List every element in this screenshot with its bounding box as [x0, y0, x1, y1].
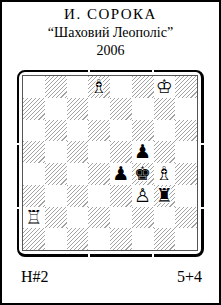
square-h5 [175, 141, 197, 163]
square-h2 [175, 207, 197, 229]
board-section: ♗♔♟♟♚♗♙♜♖ [2, 70, 219, 257]
square-c5 [67, 141, 89, 163]
square-f4: ♚ [132, 163, 154, 185]
square-e5 [110, 141, 132, 163]
square-h6 [175, 120, 197, 142]
square-d3 [88, 185, 110, 207]
square-d5 [88, 141, 110, 163]
stipulation-label: H#2 [21, 268, 49, 286]
piece-wB-g4: ♗ [156, 163, 173, 185]
square-h3 [175, 185, 197, 207]
author-name: И. СОРОКА [2, 5, 219, 24]
square-d6 [88, 120, 110, 142]
piece-wR-a2: ♖ [25, 207, 42, 229]
square-g4: ♗ [154, 163, 176, 185]
problem-header: И. СОРОКА “Шаховий Леополіс” 2006 [2, 5, 219, 59]
square-c1 [67, 228, 89, 250]
square-f2 [132, 207, 154, 229]
square-b8 [45, 76, 67, 98]
square-g5 [154, 141, 176, 163]
piece-bP-f5: ♟ [134, 141, 151, 163]
frame-tick [88, 70, 90, 73]
board-inner-border: ♗♔♟♟♚♗♙♜♖ [22, 75, 198, 251]
square-g8: ♔ [154, 76, 176, 98]
chess-problem-page: { "game": "chess", "problem": { "author"… [0, 0, 221, 305]
square-h4 [175, 163, 197, 185]
frame-tick [201, 207, 204, 209]
frame-tick [201, 143, 204, 145]
square-d2 [88, 207, 110, 229]
square-a3 [23, 185, 45, 207]
square-e7 [110, 98, 132, 120]
square-b7 [45, 98, 67, 120]
frame-tick [152, 70, 154, 73]
square-c6 [67, 120, 89, 142]
piece-bR-g3: ♜ [156, 185, 173, 207]
square-a4 [23, 163, 45, 185]
square-c3 [67, 185, 89, 207]
square-b2 [45, 207, 67, 229]
square-a6 [23, 120, 45, 142]
square-f5: ♟ [132, 141, 154, 163]
square-h1 [175, 228, 197, 250]
square-g7 [154, 98, 176, 120]
square-e8 [110, 76, 132, 98]
square-d1 [88, 228, 110, 250]
square-f7 [132, 98, 154, 120]
publication-year: 2006 [2, 42, 219, 59]
frame-tick [17, 207, 20, 209]
square-a8 [23, 76, 45, 98]
square-b1 [45, 228, 67, 250]
square-c2 [67, 207, 89, 229]
square-h8 [175, 76, 197, 98]
piece-bP-e4: ♟ [112, 163, 129, 185]
frame-tick [88, 254, 90, 257]
frame-tick [152, 254, 154, 257]
square-f8 [132, 76, 154, 98]
piece-wP-f3: ♙ [134, 185, 151, 207]
square-d7 [88, 98, 110, 120]
square-f3: ♙ [132, 185, 154, 207]
frame-tick [17, 143, 20, 145]
square-d8: ♗ [88, 76, 110, 98]
piece-wB-d8: ♗ [91, 76, 108, 98]
square-g1 [154, 228, 176, 250]
square-a2: ♖ [23, 207, 45, 229]
caption-row: H#2 5+4 [2, 268, 219, 286]
square-c7 [67, 98, 89, 120]
square-a5 [23, 141, 45, 163]
square-e3 [110, 185, 132, 207]
square-b6 [45, 120, 67, 142]
square-f1 [132, 228, 154, 250]
piece-wK-g8: ♔ [156, 76, 173, 98]
square-b4 [45, 163, 67, 185]
square-h7 [175, 98, 197, 120]
square-b3 [45, 185, 67, 207]
square-g3: ♜ [154, 185, 176, 207]
square-c4 [67, 163, 89, 185]
square-g6 [154, 120, 176, 142]
square-e6 [110, 120, 132, 142]
square-a7 [23, 98, 45, 120]
square-f6 [132, 120, 154, 142]
square-d4 [88, 163, 110, 185]
piece-bK-f4: ♚ [134, 163, 151, 185]
square-e1 [110, 228, 132, 250]
board-frame: ♗♔♟♟♚♗♙♜♖ [17, 70, 204, 257]
square-e2 [110, 207, 132, 229]
source-title: “Шаховий Леополіс” [2, 24, 219, 42]
square-g2 [154, 207, 176, 229]
square-c8 [67, 76, 89, 98]
square-b5 [45, 141, 67, 163]
material-count: 5+4 [177, 268, 202, 286]
square-e4: ♟ [110, 163, 132, 185]
chess-board: ♗♔♟♟♚♗♙♜♖ [23, 76, 197, 250]
square-a1 [23, 228, 45, 250]
